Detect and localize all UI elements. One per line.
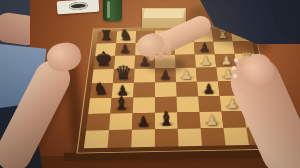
black-rook[interactable]: ♜: [96, 29, 116, 43]
black-queen[interactable]: ♛: [113, 63, 134, 82]
square-b8[interactable]: [86, 114, 110, 131]
square-c7[interactable]: ♝: [110, 98, 133, 114]
square-e6[interactable]: [134, 68, 155, 82]
black-knight[interactable]: ♞: [90, 81, 112, 98]
photo-scene: ♜♞♝♟♟♚♟♟♟♜♛♟♟♟♞♟♟♚♝♟♟♝♟: [0, 0, 300, 168]
square-a5[interactable]: [155, 129, 179, 147]
square-f3[interactable]: ♟: [195, 54, 216, 68]
fingernail: [234, 58, 238, 62]
square-c6[interactable]: [133, 97, 155, 113]
black-bishop[interactable]: ♝: [110, 94, 133, 112]
square-a4[interactable]: [178, 128, 202, 146]
white-pawn[interactable]: ♟: [196, 54, 217, 67]
square-e7[interactable]: ♛: [113, 69, 135, 83]
square-h8[interactable]: ♜: [97, 31, 117, 43]
square-d5[interactable]: [155, 82, 177, 97]
black-knight[interactable]: ♞: [116, 28, 136, 43]
square-b6[interactable]: ♟: [132, 113, 155, 130]
square-b4[interactable]: [177, 112, 200, 129]
square-b5[interactable]: ♝: [155, 112, 178, 129]
fingernail: [233, 74, 237, 78]
square-e3[interactable]: [196, 67, 218, 81]
square-b7[interactable]: [109, 113, 133, 130]
fingernail: [232, 66, 236, 70]
square-a2[interactable]: [223, 127, 249, 145]
square-c4[interactable]: [177, 96, 200, 112]
square-a6[interactable]: [131, 129, 155, 147]
white-pawn[interactable]: ♟: [200, 113, 223, 128]
square-d6[interactable]: [133, 82, 155, 97]
black-pawn[interactable]: ♟: [198, 82, 220, 96]
square-a3[interactable]: [201, 128, 226, 146]
square-d3[interactable]: ♟: [197, 81, 220, 96]
square-b3[interactable]: ♟: [199, 111, 223, 128]
square-a7[interactable]: [108, 130, 132, 148]
black-pawn[interactable]: ♟: [195, 41, 215, 54]
square-d4[interactable]: [176, 82, 198, 97]
square-c3[interactable]: [198, 96, 221, 112]
square-a8[interactable]: [84, 130, 109, 148]
square-c8[interactable]: [88, 98, 112, 114]
black-bishop[interactable]: ♝: [155, 109, 178, 128]
black-king[interactable]: ♚: [93, 49, 114, 69]
square-g7[interactable]: ♟: [115, 43, 135, 56]
black-pawn[interactable]: ♟: [115, 43, 135, 56]
black-pawn[interactable]: ♟: [132, 114, 155, 129]
